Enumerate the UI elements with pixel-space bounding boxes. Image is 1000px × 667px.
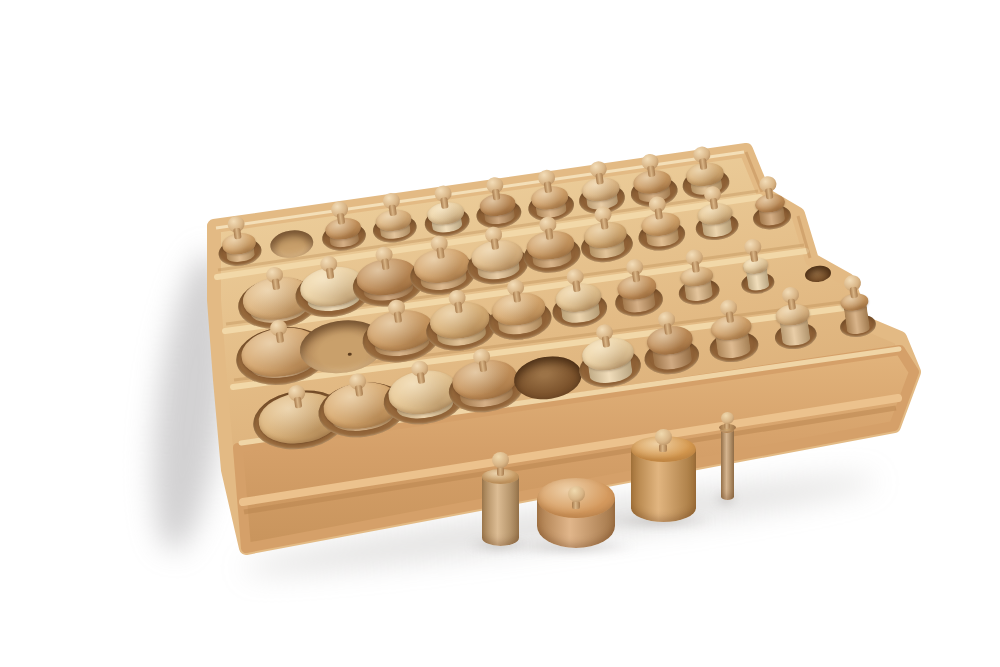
cylinder-knob [433,184,455,214]
piece-knob-neck [659,444,667,452]
knob-neck [544,181,552,193]
cylinder-knob [718,299,740,329]
piece-side [721,429,734,500]
cylinder-knob [330,200,352,230]
knob-neck [572,281,580,293]
knob-neck [436,248,444,260]
piece-knob-ball [655,429,672,445]
knob-neck [271,278,279,290]
cylinder-knob [595,323,617,353]
knob-neck [417,372,425,384]
cylinder-knob [485,176,507,206]
knob-neck [699,158,707,170]
cylinder-knob [226,215,248,245]
cylinder-knob [446,288,468,318]
cylinder-knob [483,225,505,255]
piece-side [482,476,519,546]
knob-neck [664,323,672,335]
knob-neck [602,336,610,348]
knob-neck [381,258,389,270]
knob-neck [691,261,699,273]
cylinder-knob [657,311,679,341]
knob-neck [453,301,461,313]
cylinder-knob [842,274,864,304]
socket-floor-dot [347,352,351,356]
cylinder-knob [757,175,779,205]
cylinder-knob [264,266,286,296]
knob-neck [490,238,498,250]
knob-neck [440,197,448,209]
knob-neck [233,228,241,240]
cylinder-knob [319,256,341,286]
cylinder-knob [684,248,706,278]
knob-neck [787,299,795,311]
cylinder-knob [286,384,308,414]
knob-neck [492,189,500,201]
knob-neck [337,212,345,224]
studio-scene [0,0,1000,667]
knob-neck [355,385,363,397]
piece-knob-ball [492,452,509,468]
piece-knob-neck [497,467,504,476]
cylinder-knob [268,318,290,348]
cylinder-knob [348,372,370,402]
knob-neck [326,268,334,280]
cylinder-knob [692,145,714,175]
knob-neck [479,360,487,372]
cylinder-knob [428,235,450,265]
knob-neck [293,397,301,409]
piece-knob-ball [721,412,734,424]
piece-knob-neck [572,501,580,509]
knob-neck [849,287,857,299]
knob-neck [764,188,772,200]
cylinder-knob [565,268,587,298]
knob-neck [275,331,283,343]
piece-knob-ball [568,486,585,502]
cylinder-knob [374,245,396,275]
cylinder-knob [780,286,802,316]
cylinder-knob [537,168,559,198]
knob-neck [726,311,734,323]
cylinder-knob [471,347,493,377]
cylinder-knob [410,360,432,390]
